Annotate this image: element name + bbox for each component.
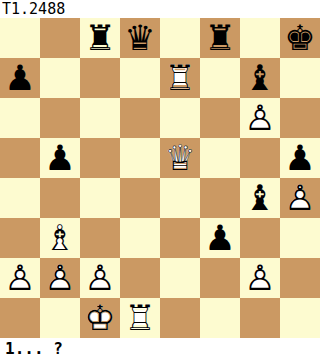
move-prompt: 1... ?	[0, 338, 320, 360]
square-f6[interactable]	[200, 98, 240, 138]
square-e5[interactable]: ♛♕	[160, 138, 200, 178]
square-f1[interactable]	[200, 298, 240, 338]
piece-glyph-outline: ♗	[40, 218, 80, 258]
square-e3[interactable]	[160, 218, 200, 258]
square-f4[interactable]	[200, 178, 240, 218]
piece-glyph-fill: ♟	[40, 258, 80, 298]
piece-glyph-fill: ♟	[240, 98, 280, 138]
piece-black-rook[interactable]: ♜	[200, 18, 240, 58]
square-e1[interactable]	[160, 298, 200, 338]
piece-white-bishop[interactable]: ♝♗	[40, 218, 80, 258]
square-b8[interactable]	[40, 18, 80, 58]
square-g2[interactable]: ♟♙	[240, 258, 280, 298]
piece-white-pawn[interactable]: ♟♙	[280, 178, 320, 218]
piece-glyph-fill: ♟	[240, 258, 280, 298]
piece-white-pawn[interactable]: ♟♙	[0, 258, 40, 298]
piece-glyph-fill: ♟	[200, 218, 240, 258]
piece-white-king[interactable]: ♚♔	[80, 298, 120, 338]
piece-glyph-fill: ♝	[40, 218, 80, 258]
piece-white-pawn[interactable]: ♟♙	[40, 258, 80, 298]
piece-black-queen[interactable]: ♛	[120, 18, 160, 58]
piece-glyph-fill: ♚	[80, 298, 120, 338]
square-c6[interactable]	[80, 98, 120, 138]
piece-white-pawn[interactable]: ♟♙	[80, 258, 120, 298]
square-e2[interactable]	[160, 258, 200, 298]
piece-white-queen[interactable]: ♛♕	[160, 138, 200, 178]
square-b4[interactable]	[40, 178, 80, 218]
square-g7[interactable]: ♝	[240, 58, 280, 98]
piece-glyph-outline: ♕	[160, 138, 200, 178]
square-a4[interactable]	[0, 178, 40, 218]
square-h7[interactable]	[280, 58, 320, 98]
square-b2[interactable]: ♟♙	[40, 258, 80, 298]
piece-glyph-fill: ♟	[80, 258, 120, 298]
square-a5[interactable]	[0, 138, 40, 178]
piece-glyph-outline: ♙	[240, 98, 280, 138]
square-h5[interactable]: ♟	[280, 138, 320, 178]
square-a3[interactable]	[0, 218, 40, 258]
square-f2[interactable]	[200, 258, 240, 298]
piece-glyph-fill: ♜	[120, 298, 160, 338]
piece-glyph-outline: ♙	[0, 258, 40, 298]
square-a6[interactable]	[0, 98, 40, 138]
square-h1[interactable]	[280, 298, 320, 338]
piece-glyph-fill: ♝	[240, 178, 280, 218]
square-c8[interactable]: ♜	[80, 18, 120, 58]
piece-black-king[interactable]: ♚	[280, 18, 320, 58]
piece-black-bishop[interactable]: ♝	[240, 58, 280, 98]
square-a1[interactable]	[0, 298, 40, 338]
piece-glyph-fill: ♝	[240, 58, 280, 98]
square-g5[interactable]	[240, 138, 280, 178]
piece-black-bishop[interactable]: ♝	[240, 178, 280, 218]
square-a8[interactable]	[0, 18, 40, 58]
square-d6[interactable]	[120, 98, 160, 138]
square-h3[interactable]	[280, 218, 320, 258]
square-c7[interactable]	[80, 58, 120, 98]
square-c4[interactable]	[80, 178, 120, 218]
piece-black-pawn[interactable]: ♟	[280, 138, 320, 178]
square-f7[interactable]	[200, 58, 240, 98]
square-d5[interactable]	[120, 138, 160, 178]
piece-glyph-fill: ♟	[0, 258, 40, 298]
piece-black-pawn[interactable]: ♟	[200, 218, 240, 258]
square-g1[interactable]	[240, 298, 280, 338]
piece-glyph-fill: ♛	[120, 18, 160, 58]
piece-glyph-fill: ♚	[280, 18, 320, 58]
square-a7[interactable]: ♟	[0, 58, 40, 98]
square-h6[interactable]	[280, 98, 320, 138]
piece-glyph-fill: ♟	[280, 138, 320, 178]
square-e8[interactable]	[160, 18, 200, 58]
square-c2[interactable]: ♟♙	[80, 258, 120, 298]
piece-glyph-outline: ♙	[40, 258, 80, 298]
square-d4[interactable]	[120, 178, 160, 218]
piece-glyph-outline: ♙	[80, 258, 120, 298]
square-d1[interactable]: ♜♖	[120, 298, 160, 338]
square-e7[interactable]: ♜♖	[160, 58, 200, 98]
square-e6[interactable]	[160, 98, 200, 138]
square-d2[interactable]	[120, 258, 160, 298]
piece-glyph-fill: ♛	[160, 138, 200, 178]
square-f8[interactable]: ♜	[200, 18, 240, 58]
piece-black-rook[interactable]: ♜	[80, 18, 120, 58]
square-f3[interactable]: ♟	[200, 218, 240, 258]
piece-glyph-outline: ♙	[240, 258, 280, 298]
square-h8[interactable]: ♚	[280, 18, 320, 58]
square-a2[interactable]: ♟♙	[0, 258, 40, 298]
square-d7[interactable]	[120, 58, 160, 98]
chess-board: ♜♛♜♚♟♜♖♝♟♙♟♛♕♟♝♟♙♝♗♟♟♙♟♙♟♙♟♙♚♔♜♖	[0, 18, 320, 338]
square-c1[interactable]: ♚♔	[80, 298, 120, 338]
square-g8[interactable]	[240, 18, 280, 58]
square-g6[interactable]: ♟♙	[240, 98, 280, 138]
square-b1[interactable]	[40, 298, 80, 338]
square-h4[interactable]: ♟♙	[280, 178, 320, 218]
piece-glyph-fill: ♟	[0, 58, 40, 98]
square-b6[interactable]	[40, 98, 80, 138]
piece-glyph-fill: ♜	[80, 18, 120, 58]
piece-glyph-outline: ♖	[160, 58, 200, 98]
piece-white-rook[interactable]: ♜♖	[120, 298, 160, 338]
square-b3[interactable]: ♝♗	[40, 218, 80, 258]
square-b7[interactable]	[40, 58, 80, 98]
square-h2[interactable]	[280, 258, 320, 298]
square-c5[interactable]	[80, 138, 120, 178]
piece-black-pawn[interactable]: ♟	[0, 58, 40, 98]
square-f5[interactable]	[200, 138, 240, 178]
piece-glyph-outline: ♖	[120, 298, 160, 338]
square-c3[interactable]	[80, 218, 120, 258]
piece-glyph-fill: ♜	[200, 18, 240, 58]
piece-glyph-outline: ♔	[80, 298, 120, 338]
square-d8[interactable]: ♛	[120, 18, 160, 58]
piece-white-pawn[interactable]: ♟♙	[240, 258, 280, 298]
square-b5[interactable]: ♟	[40, 138, 80, 178]
piece-glyph-fill: ♜	[160, 58, 200, 98]
square-d3[interactable]	[120, 218, 160, 258]
piece-white-pawn[interactable]: ♟♙	[240, 98, 280, 138]
piece-white-rook[interactable]: ♜♖	[160, 58, 200, 98]
page-title: T1.2488	[0, 0, 320, 18]
square-e4[interactable]	[160, 178, 200, 218]
piece-glyph-fill: ♟	[40, 138, 80, 178]
square-g4[interactable]: ♝	[240, 178, 280, 218]
piece-glyph-fill: ♟	[280, 178, 320, 218]
piece-glyph-outline: ♙	[280, 178, 320, 218]
piece-black-pawn[interactable]: ♟	[40, 138, 80, 178]
square-g3[interactable]	[240, 218, 280, 258]
